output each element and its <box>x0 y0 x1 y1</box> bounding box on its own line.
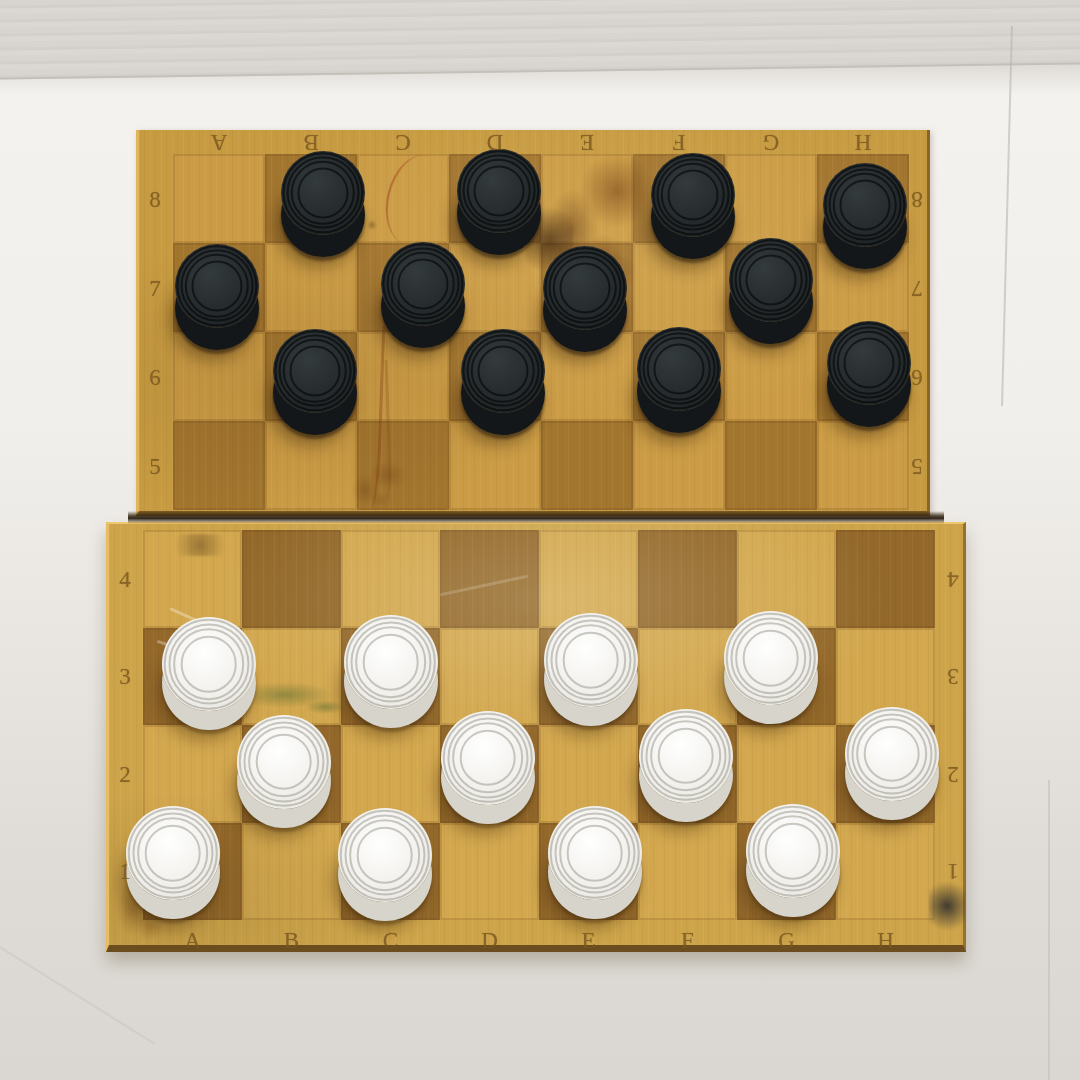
square-g6[interactable] <box>725 332 817 421</box>
black-checker-b6[interactable] <box>273 329 357 413</box>
checker-groove-ring <box>544 247 625 328</box>
square-f1[interactable] <box>638 823 737 921</box>
checker-groove-ring <box>391 251 455 315</box>
checker-groove-ring <box>467 158 531 222</box>
checker-groove-ring <box>289 345 340 396</box>
file-label-f: F <box>673 131 686 154</box>
checker-groove-ring <box>550 620 631 701</box>
checker-groove-ring <box>657 158 730 231</box>
checker-groove-ring <box>742 630 799 687</box>
file-label-c: C <box>395 131 410 154</box>
checker-groove-ring <box>647 336 711 400</box>
rank-label-8-right: 8 <box>911 187 923 210</box>
checker-groove-ring <box>387 247 460 320</box>
checker-groove-ring <box>356 827 413 884</box>
white-checker-c1[interactable] <box>338 808 432 902</box>
checker-groove-ring <box>471 338 535 402</box>
checker-groove-ring <box>477 345 528 396</box>
rank-label-4-left: 4 <box>119 567 131 590</box>
checker-groove-ring <box>176 245 257 326</box>
checker-groove-ring <box>554 813 635 894</box>
checker-groove-ring <box>828 322 909 403</box>
checker-groove-ring <box>725 613 815 703</box>
rank-label-6-left: 6 <box>149 365 161 388</box>
checker-groove-ring <box>349 819 421 891</box>
checker-groove-ring <box>856 718 928 790</box>
checker-groove-ring <box>173 628 245 700</box>
black-checker-d6[interactable] <box>461 329 545 413</box>
checker-groove-ring <box>447 717 528 798</box>
checker-groove-ring <box>839 179 890 230</box>
checker-groove-ring <box>243 721 324 802</box>
white-checker-g1[interactable] <box>746 804 840 898</box>
white-checker-e1[interactable] <box>548 806 642 900</box>
square-c8[interactable] <box>357 154 449 243</box>
square-b3[interactable] <box>242 628 341 726</box>
square-d1[interactable] <box>440 823 539 921</box>
checker-groove-ring <box>132 813 213 894</box>
checker-groove-ring <box>652 154 733 235</box>
rank-label-5-right: 5 <box>911 454 923 477</box>
checker-groove-ring <box>180 636 237 693</box>
checker-groove-ring <box>339 810 429 900</box>
square-a8[interactable] <box>173 154 265 243</box>
checker-groove-ring <box>545 615 635 705</box>
file-label-f: F <box>681 929 694 952</box>
backdrop-panel-edge <box>1001 26 1013 406</box>
white-checker-a3[interactable] <box>162 617 256 711</box>
checker-groove-ring <box>467 334 540 407</box>
square-e5[interactable] <box>541 421 633 510</box>
checker-groove-ring <box>168 624 249 705</box>
checker-groove-ring <box>274 330 355 411</box>
square-h1[interactable] <box>836 823 935 921</box>
square-e6[interactable] <box>541 332 633 421</box>
rank-label-7-right: 7 <box>911 276 923 299</box>
photo-backdrop: ABCDEFGH88776655 ABCDEFGH44332211 <box>0 0 1080 1080</box>
checker-groove-ring <box>185 253 249 317</box>
checker-groove-ring <box>752 811 833 892</box>
board-hinge-seam <box>128 511 944 524</box>
checker-groove-ring <box>287 156 360 229</box>
checker-groove-ring <box>362 634 419 691</box>
checker-groove-ring <box>640 711 730 801</box>
checker-groove-ring <box>549 808 639 898</box>
checker-groove-ring <box>463 154 536 227</box>
checker-groove-ring <box>559 817 631 889</box>
checker-groove-ring <box>661 162 725 226</box>
rank-label-2-right: 2 <box>947 762 959 785</box>
square-f4[interactable] <box>638 530 737 628</box>
checker-groove-ring <box>442 713 532 803</box>
board-top-half: ABCDEFGH88776655 <box>136 130 930 516</box>
white-checker-g3[interactable] <box>724 611 818 705</box>
checker-groove-ring <box>248 726 320 798</box>
file-label-d: D <box>487 131 504 154</box>
square-h5[interactable] <box>817 421 909 510</box>
checker-groove-ring <box>553 255 617 319</box>
square-b5[interactable] <box>265 421 357 510</box>
square-c6[interactable] <box>357 332 449 421</box>
checker-groove-ring <box>458 150 539 231</box>
checker-groove-ring <box>191 260 242 311</box>
checker-groove-ring <box>566 825 623 882</box>
square-d5[interactable] <box>449 421 541 510</box>
square-f7[interactable] <box>633 243 725 332</box>
square-g5[interactable] <box>725 421 817 510</box>
file-label-e: E <box>581 929 595 952</box>
checker-groove-ring <box>549 251 622 324</box>
checker-groove-ring <box>735 243 808 316</box>
file-label-e: E <box>580 131 594 154</box>
square-c5[interactable] <box>357 421 449 510</box>
checker-groove-ring <box>650 720 722 792</box>
rank-label-2-left: 2 <box>119 762 131 785</box>
black-checker-f8[interactable] <box>651 153 735 237</box>
checker-groove-ring <box>279 334 352 407</box>
file-label-b: B <box>284 929 299 952</box>
black-checker-e7[interactable] <box>543 246 627 330</box>
square-b1[interactable] <box>242 823 341 921</box>
checker-groove-ring <box>283 338 347 402</box>
file-label-c: C <box>383 929 398 952</box>
square-a5[interactable] <box>173 421 265 510</box>
checker-groove-ring <box>127 808 217 898</box>
black-checker-b8[interactable] <box>281 151 365 235</box>
checker-groove-ring <box>638 328 719 409</box>
file-label-d: D <box>481 929 498 952</box>
checker-groove-ring <box>144 825 201 882</box>
square-b4[interactable] <box>242 530 341 628</box>
checker-groove-ring <box>181 249 254 322</box>
backdrop-panel-edge <box>0 937 155 1045</box>
square-g8[interactable] <box>725 154 817 243</box>
checker-groove-ring <box>846 709 936 799</box>
checker-groove-ring <box>829 168 902 241</box>
white-checker-e3[interactable] <box>544 613 638 707</box>
square-d4[interactable] <box>440 530 539 628</box>
checker-groove-ring <box>747 806 837 896</box>
checker-groove-ring <box>350 622 431 703</box>
rank-label-4-right: 4 <box>947 567 959 590</box>
file-label-h: H <box>855 131 872 154</box>
checker-groove-ring <box>851 713 932 794</box>
file-label-g: G <box>778 929 795 952</box>
checker-groove-ring <box>824 164 905 245</box>
checker-groove-ring <box>344 815 425 896</box>
rank-label-8-left: 8 <box>149 187 161 210</box>
checker-groove-ring <box>459 729 516 786</box>
black-checker-a7[interactable] <box>175 244 259 328</box>
checker-groove-ring <box>473 165 524 216</box>
rank-label-3-left: 3 <box>119 665 131 688</box>
checker-groove-ring <box>645 715 726 796</box>
checker-groove-ring <box>739 247 803 311</box>
checker-groove-ring <box>382 243 463 324</box>
checker-groove-ring <box>452 722 524 794</box>
checker-groove-ring <box>863 725 920 782</box>
checker-groove-ring <box>355 626 427 698</box>
rank-label-5-left: 5 <box>149 454 161 477</box>
checker-groove-ring <box>643 332 716 405</box>
board-bottom-half: ABCDEFGH44332211 <box>106 522 966 952</box>
square-b7[interactable] <box>265 243 357 332</box>
rank-label-7-left: 7 <box>149 276 161 299</box>
file-label-b: B <box>303 131 318 154</box>
checker-groove-ring <box>757 815 829 887</box>
white-checker-f2[interactable] <box>639 709 733 803</box>
black-checker-h6[interactable] <box>827 321 911 405</box>
white-checker-b2[interactable] <box>237 715 331 809</box>
checker-groove-ring <box>282 152 363 233</box>
checker-groove-ring <box>657 727 714 784</box>
black-checker-c7[interactable] <box>381 242 465 326</box>
rank-label-3-right: 3 <box>947 665 959 688</box>
white-checker-d2[interactable] <box>441 711 535 805</box>
checker-groove-ring <box>730 239 811 320</box>
checker-groove-ring <box>833 326 906 399</box>
checker-groove-ring <box>255 733 312 790</box>
checker-groove-ring <box>559 262 610 313</box>
file-label-h: H <box>877 929 894 952</box>
black-checker-g7[interactable] <box>729 238 813 322</box>
file-label-g: G <box>763 131 780 154</box>
white-checker-h2[interactable] <box>845 707 939 801</box>
square-a6[interactable] <box>173 332 265 421</box>
background-wall <box>0 0 1080 80</box>
checker-groove-ring <box>653 343 704 394</box>
square-h4[interactable] <box>836 530 935 628</box>
checker-groove-ring <box>735 622 807 694</box>
square-a4[interactable] <box>143 530 242 628</box>
backdrop-panel-edge <box>1048 780 1050 1080</box>
square-f5[interactable] <box>633 421 725 510</box>
rank-label-6-right: 6 <box>911 365 923 388</box>
checker-groove-ring <box>837 330 901 394</box>
checker-groove-ring <box>730 618 811 699</box>
white-checker-a1[interactable] <box>126 806 220 900</box>
checker-groove-ring <box>843 337 894 388</box>
checker-groove-ring <box>163 619 253 709</box>
checker-groove-ring <box>238 717 328 807</box>
white-checker-c3[interactable] <box>344 615 438 709</box>
square-e8[interactable] <box>541 154 633 243</box>
rank-label-1-left: 1 <box>119 860 131 883</box>
checker-groove-ring <box>667 169 718 220</box>
square-c4[interactable] <box>341 530 440 628</box>
square-h7[interactable] <box>817 243 909 332</box>
checker-groove-ring <box>291 160 355 224</box>
checker-groove-ring <box>555 624 627 696</box>
checker-groove-ring <box>764 823 821 880</box>
file-label-a: A <box>211 131 228 154</box>
black-checker-d8[interactable] <box>457 149 541 233</box>
black-checker-h8[interactable] <box>823 163 907 247</box>
checker-groove-ring <box>745 254 796 305</box>
checker-groove-ring <box>462 330 543 411</box>
checker-groove-ring <box>297 167 348 218</box>
checker-groove-ring <box>137 817 209 889</box>
file-label-a: A <box>184 929 201 952</box>
black-checker-f6[interactable] <box>637 327 721 411</box>
rank-label-1-right: 1 <box>947 860 959 883</box>
checker-groove-ring <box>345 617 435 707</box>
checker-groove-ring <box>562 632 619 689</box>
checker-groove-ring <box>397 258 448 309</box>
checker-groove-ring <box>833 172 897 236</box>
